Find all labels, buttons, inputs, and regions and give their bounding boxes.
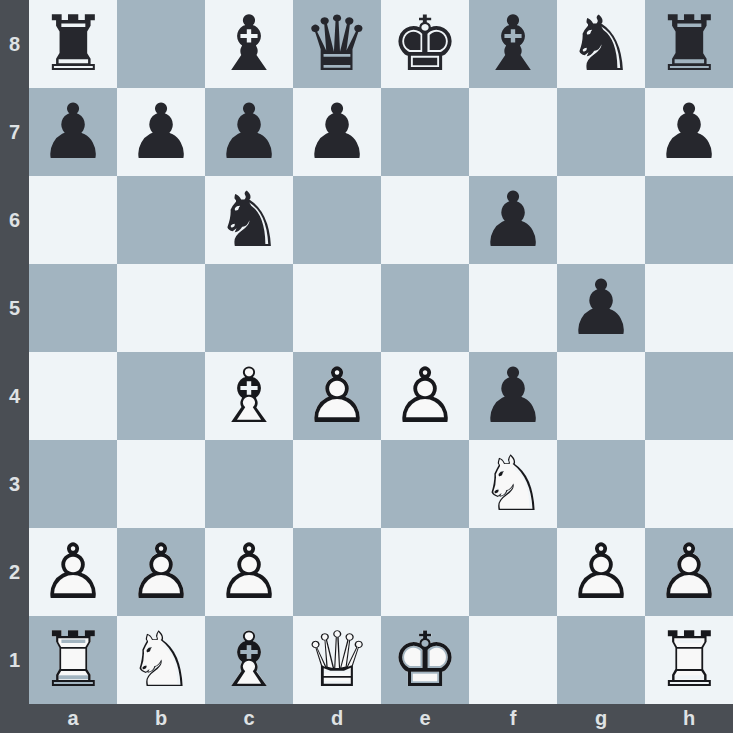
square-a4[interactable]: [29, 352, 117, 440]
rank-label-2: 2: [0, 528, 29, 616]
piece-glyph-outline: ♖: [645, 616, 733, 704]
square-f7[interactable]: [469, 88, 557, 176]
piece-black-knight[interactable]: ♞: [205, 176, 293, 264]
square-f1[interactable]: [469, 616, 557, 704]
square-c7[interactable]: ♟: [205, 88, 293, 176]
piece-glyph-outline: ♙: [645, 528, 733, 616]
piece-glyph-outline: ♙: [117, 528, 205, 616]
file-label-c: c: [205, 707, 293, 730]
piece-glyph-fill: ♟: [117, 88, 205, 176]
rank-label-7: 7: [0, 88, 29, 176]
rank-label-6: 6: [0, 176, 29, 264]
square-h3[interactable]: [645, 440, 733, 528]
piece-glyph-fill: ♜: [645, 0, 733, 88]
piece-black-bishop[interactable]: ♝: [469, 0, 557, 88]
piece-glyph-fill: ♟: [29, 528, 117, 616]
frame-corner: [0, 704, 29, 733]
square-a6[interactable]: [29, 176, 117, 264]
piece-glyph-fill: ♛: [293, 0, 381, 88]
piece-glyph-fill: ♜: [29, 616, 117, 704]
piece-glyph-fill: ♟: [645, 88, 733, 176]
square-h8[interactable]: ♜: [645, 0, 733, 88]
square-f8[interactable]: ♝: [469, 0, 557, 88]
piece-white-rook[interactable]: ♜♖: [645, 616, 733, 704]
square-c8[interactable]: ♝: [205, 0, 293, 88]
piece-glyph-fill: ♟: [645, 528, 733, 616]
piece-glyph-fill: ♟: [557, 264, 645, 352]
piece-glyph-fill: ♞: [205, 176, 293, 264]
square-c4[interactable]: ♝♗: [205, 352, 293, 440]
piece-glyph-fill: ♜: [645, 616, 733, 704]
piece-glyph-outline: ♗: [205, 352, 293, 440]
piece-black-pawn[interactable]: ♟: [205, 88, 293, 176]
square-e5[interactable]: [381, 264, 469, 352]
piece-glyph-outline: ♔: [381, 616, 469, 704]
piece-white-pawn[interactable]: ♟♙: [557, 528, 645, 616]
file-labels: abcdefgh: [29, 704, 733, 733]
rank-labels: 87654321: [0, 0, 29, 704]
piece-glyph-fill: ♚: [381, 616, 469, 704]
square-d3[interactable]: [293, 440, 381, 528]
rank-label-8: 8: [0, 0, 29, 88]
square-a8[interactable]: ♜: [29, 0, 117, 88]
file-label-g: g: [557, 707, 645, 730]
square-b7[interactable]: ♟: [117, 88, 205, 176]
piece-white-bishop[interactable]: ♝♗: [205, 352, 293, 440]
square-g8[interactable]: ♞: [557, 0, 645, 88]
square-b5[interactable]: [117, 264, 205, 352]
square-a2[interactable]: ♟♙: [29, 528, 117, 616]
piece-glyph-outline: ♘: [469, 440, 557, 528]
piece-black-pawn[interactable]: ♟: [469, 352, 557, 440]
square-g6[interactable]: [557, 176, 645, 264]
square-c2[interactable]: ♟♙: [205, 528, 293, 616]
piece-white-knight[interactable]: ♞♘: [469, 440, 557, 528]
piece-glyph-fill: ♟: [205, 528, 293, 616]
file-label-a: a: [29, 707, 117, 730]
piece-glyph-fill: ♟: [293, 352, 381, 440]
piece-black-rook[interactable]: ♜: [29, 0, 117, 88]
piece-glyph-fill: ♚: [381, 0, 469, 88]
square-g3[interactable]: [557, 440, 645, 528]
piece-glyph-outline: ♕: [293, 616, 381, 704]
piece-black-pawn[interactable]: ♟: [645, 88, 733, 176]
square-d5[interactable]: [293, 264, 381, 352]
piece-white-pawn[interactable]: ♟♙: [29, 528, 117, 616]
piece-glyph-fill: ♞: [557, 0, 645, 88]
piece-glyph-fill: ♞: [117, 616, 205, 704]
square-g1[interactable]: [557, 616, 645, 704]
square-b4[interactable]: [117, 352, 205, 440]
piece-glyph-fill: ♟: [29, 88, 117, 176]
piece-glyph-outline: ♙: [293, 352, 381, 440]
piece-glyph-fill: ♝: [205, 352, 293, 440]
square-b8[interactable]: [117, 0, 205, 88]
file-label-d: d: [293, 707, 381, 730]
square-e3[interactable]: [381, 440, 469, 528]
square-a5[interactable]: [29, 264, 117, 352]
file-label-f: f: [469, 707, 557, 730]
piece-glyph-outline: ♙: [381, 352, 469, 440]
square-f4[interactable]: ♟: [469, 352, 557, 440]
piece-glyph-fill: ♟: [381, 352, 469, 440]
piece-glyph-fill: ♜: [29, 0, 117, 88]
file-label-e: e: [381, 707, 469, 730]
square-d8[interactable]: ♛: [293, 0, 381, 88]
square-h1[interactable]: ♜♖: [645, 616, 733, 704]
square-e2[interactable]: [381, 528, 469, 616]
file-label-b: b: [117, 707, 205, 730]
square-c5[interactable]: [205, 264, 293, 352]
piece-glyph-fill: ♝: [469, 0, 557, 88]
square-e7[interactable]: [381, 88, 469, 176]
piece-glyph-fill: ♝: [205, 0, 293, 88]
piece-glyph-fill: ♝: [205, 616, 293, 704]
chess-board[interactable]: ♜♝♛♚♝♞♜♟♟♟♟♟♞♟♟♝♗♟♙♟♙♟♞♘♟♙♟♙♟♙♟♙♟♙♜♖♞♘♝♗…: [29, 0, 733, 704]
square-e4[interactable]: ♟♙: [381, 352, 469, 440]
square-e1[interactable]: ♚♔: [381, 616, 469, 704]
square-f6[interactable]: ♟: [469, 176, 557, 264]
piece-glyph-fill: ♟: [469, 176, 557, 264]
square-h4[interactable]: [645, 352, 733, 440]
piece-black-bishop[interactable]: ♝: [205, 0, 293, 88]
square-h6[interactable]: [645, 176, 733, 264]
square-b6[interactable]: [117, 176, 205, 264]
piece-white-queen[interactable]: ♛♕: [293, 616, 381, 704]
piece-glyph-outline: ♙: [29, 528, 117, 616]
chess-board-frame: 87654321 ♜♝♛♚♝♞♜♟♟♟♟♟♞♟♟♝♗♟♙♟♙♟♞♘♟♙♟♙♟♙♟…: [0, 0, 733, 733]
piece-black-queen[interactable]: ♛: [293, 0, 381, 88]
piece-white-pawn[interactable]: ♟♙: [205, 528, 293, 616]
piece-white-rook[interactable]: ♜♖: [29, 616, 117, 704]
piece-white-knight[interactable]: ♞♘: [117, 616, 205, 704]
piece-white-pawn[interactable]: ♟♙: [381, 352, 469, 440]
square-b1[interactable]: ♞♘: [117, 616, 205, 704]
square-f3[interactable]: ♞♘: [469, 440, 557, 528]
piece-glyph-fill: ♛: [293, 616, 381, 704]
square-g4[interactable]: [557, 352, 645, 440]
square-f5[interactable]: [469, 264, 557, 352]
piece-glyph-outline: ♘: [117, 616, 205, 704]
square-h7[interactable]: ♟: [645, 88, 733, 176]
rank-label-4: 4: [0, 352, 29, 440]
piece-black-pawn[interactable]: ♟: [29, 88, 117, 176]
square-c3[interactable]: [205, 440, 293, 528]
square-d1[interactable]: ♛♕: [293, 616, 381, 704]
square-g5[interactable]: ♟: [557, 264, 645, 352]
square-a1[interactable]: ♜♖: [29, 616, 117, 704]
square-g2[interactable]: ♟♙: [557, 528, 645, 616]
piece-glyph-fill: ♟: [557, 528, 645, 616]
square-g7[interactable]: [557, 88, 645, 176]
square-h5[interactable]: [645, 264, 733, 352]
rank-label-1: 1: [0, 616, 29, 704]
piece-black-knight[interactable]: ♞: [557, 0, 645, 88]
square-a3[interactable]: [29, 440, 117, 528]
piece-black-pawn[interactable]: ♟: [293, 88, 381, 176]
piece-glyph-fill: ♞: [469, 440, 557, 528]
piece-glyph-fill: ♟: [205, 88, 293, 176]
square-d2[interactable]: [293, 528, 381, 616]
piece-glyph-outline: ♙: [205, 528, 293, 616]
piece-white-pawn[interactable]: ♟♙: [117, 528, 205, 616]
square-f2[interactable]: [469, 528, 557, 616]
square-e6[interactable]: [381, 176, 469, 264]
piece-white-pawn[interactable]: ♟♙: [645, 528, 733, 616]
piece-white-bishop[interactable]: ♝♗: [205, 616, 293, 704]
square-d7[interactable]: ♟: [293, 88, 381, 176]
rank-label-5: 5: [0, 264, 29, 352]
piece-glyph-outline: ♖: [29, 616, 117, 704]
piece-white-pawn[interactable]: ♟♙: [293, 352, 381, 440]
file-label-h: h: [645, 707, 733, 730]
piece-black-rook[interactable]: ♜: [645, 0, 733, 88]
square-d6[interactable]: [293, 176, 381, 264]
square-b3[interactable]: [117, 440, 205, 528]
square-a7[interactable]: ♟: [29, 88, 117, 176]
piece-glyph-fill: ♟: [293, 88, 381, 176]
square-c6[interactable]: ♞: [205, 176, 293, 264]
rank-label-3: 3: [0, 440, 29, 528]
piece-white-king[interactable]: ♚♔: [381, 616, 469, 704]
square-d4[interactable]: ♟♙: [293, 352, 381, 440]
piece-black-pawn[interactable]: ♟: [557, 264, 645, 352]
piece-black-king[interactable]: ♚: [381, 0, 469, 88]
square-h2[interactable]: ♟♙: [645, 528, 733, 616]
square-b2[interactable]: ♟♙: [117, 528, 205, 616]
piece-glyph-fill: ♟: [117, 528, 205, 616]
piece-glyph-outline: ♙: [557, 528, 645, 616]
piece-glyph-fill: ♟: [469, 352, 557, 440]
square-e8[interactable]: ♚: [381, 0, 469, 88]
piece-glyph-outline: ♗: [205, 616, 293, 704]
square-c1[interactable]: ♝♗: [205, 616, 293, 704]
piece-black-pawn[interactable]: ♟: [117, 88, 205, 176]
piece-black-pawn[interactable]: ♟: [469, 176, 557, 264]
